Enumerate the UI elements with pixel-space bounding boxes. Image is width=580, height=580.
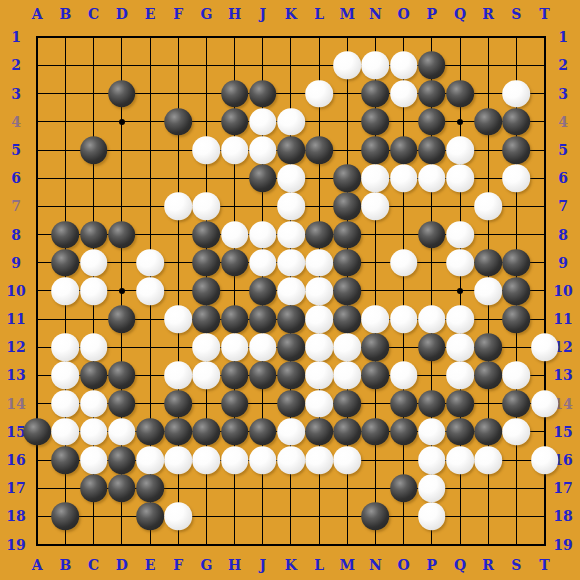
black-stone-K13 xyxy=(277,362,305,390)
coord-bottom-P: P xyxy=(427,558,438,572)
coord-bottom-H: H xyxy=(228,558,241,572)
white-stone-T12 xyxy=(531,333,559,361)
black-stone-J13 xyxy=(249,362,277,390)
white-stone-C10 xyxy=(80,277,108,305)
coord-top-G: G xyxy=(200,7,212,21)
black-stone-O17 xyxy=(390,474,418,502)
black-stone-P5 xyxy=(418,136,446,164)
black-stone-H13 xyxy=(221,362,249,390)
black-stone-P12 xyxy=(418,333,446,361)
coord-right-17: 17 xyxy=(553,481,572,495)
black-stone-S9 xyxy=(503,249,531,277)
black-stone-Q15 xyxy=(446,418,474,446)
black-stone-D16 xyxy=(108,446,136,474)
coord-top-N: N xyxy=(369,7,382,21)
white-stone-N7 xyxy=(362,193,390,221)
white-stone-S15 xyxy=(503,418,531,446)
white-stone-R10 xyxy=(474,277,502,305)
coord-top-B: B xyxy=(60,7,72,21)
coord-top-P: P xyxy=(427,7,438,21)
coord-top-E: E xyxy=(145,7,156,21)
coord-top-O: O xyxy=(398,7,410,21)
coord-right-1: 1 xyxy=(558,30,568,44)
black-stone-K11 xyxy=(277,305,305,333)
black-stone-C13 xyxy=(80,362,108,390)
white-stone-J4 xyxy=(249,108,277,136)
white-stone-N2 xyxy=(362,52,390,80)
white-stone-B15 xyxy=(52,418,80,446)
white-stone-Q11 xyxy=(446,305,474,333)
black-stone-M10 xyxy=(333,277,361,305)
grid-line-horizontal xyxy=(36,544,545,546)
white-stone-G16 xyxy=(193,446,221,474)
white-stone-O13 xyxy=(390,362,418,390)
white-stone-P11 xyxy=(418,305,446,333)
coord-left-2: 2 xyxy=(11,58,21,72)
white-stone-Q6 xyxy=(446,164,474,192)
black-stone-E18 xyxy=(136,503,164,531)
black-stone-H11 xyxy=(221,305,249,333)
black-stone-F15 xyxy=(164,418,192,446)
coord-bottom-L: L xyxy=(314,558,324,572)
white-stone-E16 xyxy=(136,446,164,474)
black-stone-N5 xyxy=(362,136,390,164)
white-stone-B14 xyxy=(52,390,80,418)
black-stone-S11 xyxy=(503,305,531,333)
white-stone-K6 xyxy=(277,164,305,192)
coord-left-6: 6 xyxy=(11,171,21,185)
coord-right-5: 5 xyxy=(558,143,568,157)
coord-top-H: H xyxy=(228,7,241,21)
black-stone-F4 xyxy=(164,108,192,136)
coord-bottom-T: T xyxy=(539,558,549,572)
white-stone-Q5 xyxy=(446,136,474,164)
coord-left-3: 3 xyxy=(11,87,21,101)
coord-bottom-G: G xyxy=(200,558,212,572)
black-stone-B9 xyxy=(52,249,80,277)
black-stone-K5 xyxy=(277,136,305,164)
black-stone-J10 xyxy=(249,277,277,305)
black-stone-M14 xyxy=(333,390,361,418)
white-stone-J12 xyxy=(249,333,277,361)
coord-bottom-B: B xyxy=(60,558,72,572)
white-stone-S6 xyxy=(503,164,531,192)
black-stone-D8 xyxy=(108,221,136,249)
coord-right-8: 8 xyxy=(558,228,568,242)
white-stone-J16 xyxy=(249,446,277,474)
white-stone-T14 xyxy=(531,390,559,418)
coord-right-4: 4 xyxy=(558,115,568,129)
coord-bottom-J: J xyxy=(259,558,266,572)
black-stone-S14 xyxy=(503,390,531,418)
coord-right-2: 2 xyxy=(558,58,568,72)
black-stone-N3 xyxy=(362,80,390,108)
black-stone-D13 xyxy=(108,362,136,390)
white-stone-G12 xyxy=(193,333,221,361)
black-stone-L15 xyxy=(305,418,333,446)
black-stone-D3 xyxy=(108,80,136,108)
grid-line-vertical xyxy=(403,36,404,545)
black-stone-C17 xyxy=(80,474,108,502)
black-stone-G11 xyxy=(193,305,221,333)
black-stone-E15 xyxy=(136,418,164,446)
white-stone-D15 xyxy=(108,418,136,446)
coord-right-13: 13 xyxy=(553,368,572,382)
black-stone-M15 xyxy=(333,418,361,446)
black-stone-J11 xyxy=(249,305,277,333)
coord-bottom-F: F xyxy=(173,558,183,572)
white-stone-L13 xyxy=(305,362,333,390)
black-stone-F14 xyxy=(164,390,192,418)
white-stone-K4 xyxy=(277,108,305,136)
black-stone-M8 xyxy=(333,221,361,249)
white-stone-R16 xyxy=(474,446,502,474)
coord-top-R: R xyxy=(482,7,494,21)
white-stone-C16 xyxy=(80,446,108,474)
black-stone-R12 xyxy=(474,333,502,361)
white-stone-Q9 xyxy=(446,249,474,277)
black-stone-J3 xyxy=(249,80,277,108)
coord-left-19: 19 xyxy=(6,538,25,552)
white-stone-H12 xyxy=(221,333,249,361)
black-stone-Q14 xyxy=(446,390,474,418)
coord-left-12: 12 xyxy=(6,340,25,354)
black-stone-B16 xyxy=(52,446,80,474)
black-stone-K12 xyxy=(277,333,305,361)
white-stone-H16 xyxy=(221,446,249,474)
white-stone-B13 xyxy=(52,362,80,390)
coord-left-10: 10 xyxy=(6,284,25,298)
white-stone-R7 xyxy=(474,193,502,221)
white-stone-K10 xyxy=(277,277,305,305)
coord-right-6: 6 xyxy=(558,171,568,185)
white-stone-M12 xyxy=(333,333,361,361)
black-stone-M11 xyxy=(333,305,361,333)
black-stone-N18 xyxy=(362,503,390,531)
white-stone-F16 xyxy=(164,446,192,474)
white-stone-C14 xyxy=(80,390,108,418)
white-stone-E10 xyxy=(136,277,164,305)
coord-right-15: 15 xyxy=(553,425,572,439)
black-stone-J15 xyxy=(249,418,277,446)
black-stone-G10 xyxy=(193,277,221,305)
black-stone-H4 xyxy=(221,108,249,136)
black-stone-N13 xyxy=(362,362,390,390)
coord-right-3: 3 xyxy=(558,87,568,101)
white-stone-K16 xyxy=(277,446,305,474)
white-stone-P17 xyxy=(418,474,446,502)
white-stone-N11 xyxy=(362,305,390,333)
black-stone-D17 xyxy=(108,474,136,502)
white-stone-Q16 xyxy=(446,446,474,474)
black-stone-S5 xyxy=(503,136,531,164)
white-stone-Q13 xyxy=(446,362,474,390)
white-stone-Q12 xyxy=(446,333,474,361)
coord-right-9: 9 xyxy=(558,256,568,270)
coord-top-J: J xyxy=(259,7,266,21)
star-point xyxy=(119,119,125,125)
black-stone-O15 xyxy=(390,418,418,446)
white-stone-M16 xyxy=(333,446,361,474)
white-stone-H8 xyxy=(221,221,249,249)
white-stone-N6 xyxy=(362,164,390,192)
white-stone-O3 xyxy=(390,80,418,108)
white-stone-C15 xyxy=(80,418,108,446)
black-stone-D14 xyxy=(108,390,136,418)
coord-top-S: S xyxy=(511,7,521,21)
coord-right-19: 19 xyxy=(553,538,572,552)
white-stone-L3 xyxy=(305,80,333,108)
white-stone-K8 xyxy=(277,221,305,249)
star-point xyxy=(457,119,463,125)
white-stone-L12 xyxy=(305,333,333,361)
black-stone-P8 xyxy=(418,221,446,249)
white-stone-K15 xyxy=(277,418,305,446)
black-stone-L5 xyxy=(305,136,333,164)
star-point xyxy=(119,288,125,294)
black-stone-P4 xyxy=(418,108,446,136)
white-stone-L14 xyxy=(305,390,333,418)
black-stone-M7 xyxy=(333,193,361,221)
black-stone-H14 xyxy=(221,390,249,418)
coord-right-11: 11 xyxy=(553,312,572,326)
white-stone-F13 xyxy=(164,362,192,390)
coord-top-C: C xyxy=(88,7,99,21)
black-stone-P14 xyxy=(418,390,446,418)
black-stone-C5 xyxy=(80,136,108,164)
black-stone-O14 xyxy=(390,390,418,418)
coord-left-14: 14 xyxy=(6,397,25,411)
coord-left-7: 7 xyxy=(11,199,21,213)
coord-left-9: 9 xyxy=(11,256,21,270)
white-stone-P15 xyxy=(418,418,446,446)
black-stone-G9 xyxy=(193,249,221,277)
white-stone-L11 xyxy=(305,305,333,333)
black-stone-S10 xyxy=(503,277,531,305)
coord-top-F: F xyxy=(173,7,183,21)
black-stone-N12 xyxy=(362,333,390,361)
black-stone-D11 xyxy=(108,305,136,333)
black-stone-P3 xyxy=(418,80,446,108)
coord-bottom-N: N xyxy=(369,558,382,572)
black-stone-B8 xyxy=(52,221,80,249)
coord-left-5: 5 xyxy=(11,143,21,157)
black-stone-P2 xyxy=(418,52,446,80)
white-stone-O11 xyxy=(390,305,418,333)
black-stone-L8 xyxy=(305,221,333,249)
white-stone-L10 xyxy=(305,277,333,305)
white-stone-Q8 xyxy=(446,221,474,249)
white-stone-K7 xyxy=(277,193,305,221)
coord-bottom-A: A xyxy=(32,558,43,572)
white-stone-J5 xyxy=(249,136,277,164)
black-stone-B18 xyxy=(52,503,80,531)
white-stone-S13 xyxy=(503,362,531,390)
black-stone-H3 xyxy=(221,80,249,108)
black-stone-H9 xyxy=(221,249,249,277)
coord-left-17: 17 xyxy=(6,481,25,495)
white-stone-B12 xyxy=(52,333,80,361)
white-stone-S3 xyxy=(503,80,531,108)
white-stone-O9 xyxy=(390,249,418,277)
coord-top-D: D xyxy=(116,7,128,21)
white-stone-P6 xyxy=(418,164,446,192)
coord-bottom-R: R xyxy=(482,558,494,572)
white-stone-J8 xyxy=(249,221,277,249)
white-stone-C12 xyxy=(80,333,108,361)
coord-top-L: L xyxy=(314,7,324,21)
coord-left-1: 1 xyxy=(11,30,21,44)
coord-bottom-D: D xyxy=(116,558,128,572)
black-stone-H15 xyxy=(221,418,249,446)
coord-top-M: M xyxy=(340,7,356,21)
white-stone-G7 xyxy=(193,193,221,221)
coord-bottom-M: M xyxy=(340,558,356,572)
black-stone-N15 xyxy=(362,418,390,446)
goban[interactable]: AABBCCDDEEFFGGHHJJKKLLMMNNOOPPQQRRSSTT11… xyxy=(0,0,580,580)
black-stone-M6 xyxy=(333,164,361,192)
coord-bottom-E: E xyxy=(145,558,156,572)
coord-top-T: T xyxy=(539,7,549,21)
black-stone-Q3 xyxy=(446,80,474,108)
coord-bottom-C: C xyxy=(88,558,99,572)
white-stone-E9 xyxy=(136,249,164,277)
black-stone-S4 xyxy=(503,108,531,136)
coord-left-16: 16 xyxy=(6,453,25,467)
white-stone-F11 xyxy=(164,305,192,333)
black-stone-C8 xyxy=(80,221,108,249)
coord-bottom-S: S xyxy=(511,558,521,572)
coord-top-K: K xyxy=(285,7,297,21)
white-stone-B10 xyxy=(52,277,80,305)
coord-left-8: 8 xyxy=(11,228,21,242)
black-stone-K14 xyxy=(277,390,305,418)
black-stone-G15 xyxy=(193,418,221,446)
white-stone-L9 xyxy=(305,249,333,277)
coord-left-11: 11 xyxy=(6,312,25,326)
black-stone-A15 xyxy=(24,418,52,446)
black-stone-R4 xyxy=(474,108,502,136)
black-stone-R15 xyxy=(474,418,502,446)
coord-left-4: 4 xyxy=(11,115,21,129)
white-stone-F18 xyxy=(164,503,192,531)
coord-right-7: 7 xyxy=(558,199,568,213)
black-stone-R9 xyxy=(474,249,502,277)
black-stone-M9 xyxy=(333,249,361,277)
star-point xyxy=(457,288,463,294)
white-stone-O6 xyxy=(390,164,418,192)
white-stone-K9 xyxy=(277,249,305,277)
white-stone-H5 xyxy=(221,136,249,164)
white-stone-T16 xyxy=(531,446,559,474)
coord-right-10: 10 xyxy=(553,284,572,298)
black-stone-N4 xyxy=(362,108,390,136)
coord-top-Q: Q xyxy=(454,7,466,21)
black-stone-O5 xyxy=(390,136,418,164)
black-stone-R13 xyxy=(474,362,502,390)
white-stone-C9 xyxy=(80,249,108,277)
coord-bottom-Q: Q xyxy=(454,558,466,572)
black-stone-E17 xyxy=(136,474,164,502)
white-stone-L16 xyxy=(305,446,333,474)
black-stone-J6 xyxy=(249,164,277,192)
coord-bottom-O: O xyxy=(398,558,410,572)
coord-left-13: 13 xyxy=(6,368,25,382)
grid-line-horizontal xyxy=(36,516,545,517)
white-stone-P18 xyxy=(418,503,446,531)
coord-top-A: A xyxy=(32,7,43,21)
white-stone-M13 xyxy=(333,362,361,390)
coord-left-18: 18 xyxy=(6,509,25,523)
white-stone-M2 xyxy=(333,52,361,80)
white-stone-J9 xyxy=(249,249,277,277)
coord-bottom-K: K xyxy=(285,558,297,572)
coord-right-18: 18 xyxy=(553,509,572,523)
white-stone-F7 xyxy=(164,193,192,221)
white-stone-P16 xyxy=(418,446,446,474)
white-stone-G13 xyxy=(193,362,221,390)
white-stone-G5 xyxy=(193,136,221,164)
black-stone-G8 xyxy=(193,221,221,249)
white-stone-O2 xyxy=(390,52,418,80)
